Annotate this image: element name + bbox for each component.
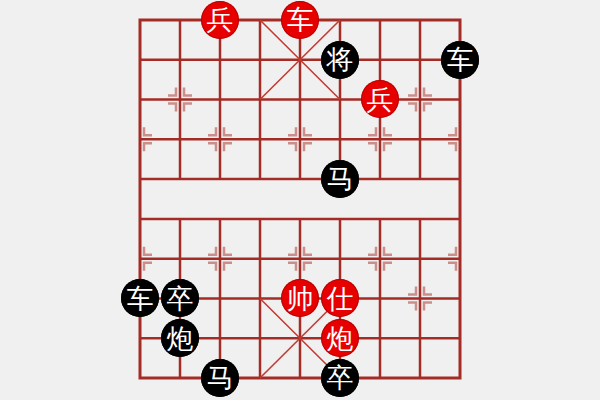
piece-red-soldier-c0[interactable]: 兵 xyxy=(201,1,239,39)
piece-black-soldier-f9[interactable]: 卒 xyxy=(321,359,359,397)
piece-black-chariot-a7[interactable]: 车 xyxy=(121,279,159,317)
xiangqi-pieces-layer: 兵车将车兵马车卒帅仕炮炮马卒 xyxy=(120,0,480,398)
piece-black-horse-c9[interactable]: 马 xyxy=(201,359,239,397)
piece-black-cannon-b8[interactable]: 炮 xyxy=(161,319,199,357)
piece-black-soldier-b7[interactable]: 卒 xyxy=(161,279,199,317)
piece-red-advisor-f7[interactable]: 仕 xyxy=(321,279,359,317)
piece-black-general-f1[interactable]: 将 xyxy=(321,41,359,79)
piece-black-horse-f4[interactable]: 马 xyxy=(321,160,359,198)
piece-black-chariot-i1[interactable]: 车 xyxy=(441,41,479,79)
piece-red-chariot-e0[interactable]: 车 xyxy=(281,1,319,39)
piece-red-soldier-g2[interactable]: 兵 xyxy=(361,80,399,118)
piece-red-general-e7[interactable]: 帅 xyxy=(281,279,319,317)
xiangqi-page: 兵车将车兵马车卒帅仕炮炮马卒 xyxy=(0,0,600,400)
piece-red-cannon-f8[interactable]: 炮 xyxy=(321,319,359,357)
